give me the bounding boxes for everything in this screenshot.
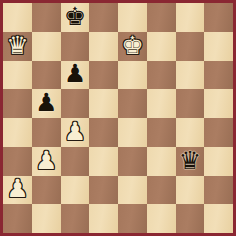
square-d8[interactable] bbox=[89, 3, 118, 32]
square-d5[interactable] bbox=[89, 89, 118, 118]
square-c8[interactable]: ♚ bbox=[61, 3, 90, 32]
square-g1[interactable] bbox=[176, 204, 205, 233]
square-a4[interactable] bbox=[3, 118, 32, 147]
piece-white-pawn-c4[interactable]: ♟ bbox=[64, 119, 86, 144]
square-c4[interactable]: ♟ bbox=[61, 118, 90, 147]
square-b6[interactable] bbox=[32, 61, 61, 90]
chess-board: ♚♛♚♟♟♟♟♛♟ bbox=[3, 3, 233, 233]
piece-white-queen-a7[interactable]: ♛ bbox=[6, 33, 28, 58]
square-b1[interactable] bbox=[32, 204, 61, 233]
square-d1[interactable] bbox=[89, 204, 118, 233]
square-e2[interactable] bbox=[118, 176, 147, 205]
square-c7[interactable] bbox=[61, 32, 90, 61]
square-f4[interactable] bbox=[147, 118, 176, 147]
square-b5[interactable]: ♟ bbox=[32, 89, 61, 118]
square-g2[interactable] bbox=[176, 176, 205, 205]
square-a5[interactable] bbox=[3, 89, 32, 118]
square-b4[interactable] bbox=[32, 118, 61, 147]
square-e6[interactable] bbox=[118, 61, 147, 90]
square-c3[interactable] bbox=[61, 147, 90, 176]
square-b8[interactable] bbox=[32, 3, 61, 32]
square-e5[interactable] bbox=[118, 89, 147, 118]
piece-white-king-e7[interactable]: ♚ bbox=[121, 33, 143, 58]
piece-black-pawn-b5[interactable]: ♟ bbox=[35, 90, 57, 115]
square-f6[interactable] bbox=[147, 61, 176, 90]
square-h2[interactable] bbox=[204, 176, 233, 205]
square-b7[interactable] bbox=[32, 32, 61, 61]
square-b2[interactable] bbox=[32, 176, 61, 205]
square-h5[interactable] bbox=[204, 89, 233, 118]
square-h7[interactable] bbox=[204, 32, 233, 61]
square-a1[interactable] bbox=[3, 204, 32, 233]
square-a2[interactable]: ♟ bbox=[3, 176, 32, 205]
square-d2[interactable] bbox=[89, 176, 118, 205]
square-h6[interactable] bbox=[204, 61, 233, 90]
square-f5[interactable] bbox=[147, 89, 176, 118]
piece-white-pawn-b3[interactable]: ♟ bbox=[35, 148, 57, 173]
square-h3[interactable] bbox=[204, 147, 233, 176]
square-e4[interactable] bbox=[118, 118, 147, 147]
square-f7[interactable] bbox=[147, 32, 176, 61]
chess-board-frame: ♚♛♚♟♟♟♟♛♟ bbox=[0, 0, 236, 236]
square-c5[interactable] bbox=[61, 89, 90, 118]
square-g7[interactable] bbox=[176, 32, 205, 61]
square-d3[interactable] bbox=[89, 147, 118, 176]
square-d7[interactable] bbox=[89, 32, 118, 61]
square-h1[interactable] bbox=[204, 204, 233, 233]
square-e8[interactable] bbox=[118, 3, 147, 32]
square-g5[interactable] bbox=[176, 89, 205, 118]
square-a6[interactable] bbox=[3, 61, 32, 90]
square-b3[interactable]: ♟ bbox=[32, 147, 61, 176]
square-h4[interactable] bbox=[204, 118, 233, 147]
square-e7[interactable]: ♚ bbox=[118, 32, 147, 61]
square-h8[interactable] bbox=[204, 3, 233, 32]
piece-black-king-c8[interactable]: ♚ bbox=[64, 4, 86, 29]
square-f3[interactable] bbox=[147, 147, 176, 176]
square-e1[interactable] bbox=[118, 204, 147, 233]
square-g6[interactable] bbox=[176, 61, 205, 90]
square-f1[interactable] bbox=[147, 204, 176, 233]
piece-black-pawn-c6[interactable]: ♟ bbox=[64, 61, 86, 86]
square-g3[interactable]: ♛ bbox=[176, 147, 205, 176]
square-c2[interactable] bbox=[61, 176, 90, 205]
square-g8[interactable] bbox=[176, 3, 205, 32]
square-c1[interactable] bbox=[61, 204, 90, 233]
square-f8[interactable] bbox=[147, 3, 176, 32]
square-g4[interactable] bbox=[176, 118, 205, 147]
square-a3[interactable] bbox=[3, 147, 32, 176]
square-f2[interactable] bbox=[147, 176, 176, 205]
square-a7[interactable]: ♛ bbox=[3, 32, 32, 61]
piece-white-pawn-a2[interactable]: ♟ bbox=[6, 176, 28, 201]
square-d6[interactable] bbox=[89, 61, 118, 90]
square-e3[interactable] bbox=[118, 147, 147, 176]
square-d4[interactable] bbox=[89, 118, 118, 147]
square-a8[interactable] bbox=[3, 3, 32, 32]
piece-black-queen-g3[interactable]: ♛ bbox=[179, 148, 201, 173]
square-c6[interactable]: ♟ bbox=[61, 61, 90, 90]
